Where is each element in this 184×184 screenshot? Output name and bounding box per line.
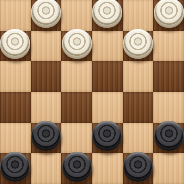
square-dark[interactable] (153, 61, 184, 92)
square-dark[interactable] (123, 153, 154, 184)
white-checker[interactable] (62, 29, 92, 59)
black-checker[interactable] (92, 121, 122, 151)
square-dark[interactable] (0, 153, 31, 184)
square-light (123, 61, 154, 92)
square-dark[interactable] (61, 153, 92, 184)
square-dark[interactable] (92, 61, 123, 92)
square-light (0, 123, 31, 154)
black-checker[interactable] (154, 121, 184, 151)
square-light (123, 0, 154, 31)
square-light (123, 123, 154, 154)
square-dark[interactable] (153, 123, 184, 154)
square-light (153, 153, 184, 184)
square-light (0, 61, 31, 92)
white-checker[interactable] (123, 29, 153, 59)
square-dark[interactable] (31, 61, 62, 92)
square-dark[interactable] (0, 92, 31, 123)
square-light (31, 153, 62, 184)
black-checker[interactable] (31, 121, 61, 151)
square-dark[interactable] (61, 31, 92, 62)
black-checker[interactable] (123, 152, 153, 182)
square-dark[interactable] (123, 31, 154, 62)
square-dark[interactable] (31, 0, 62, 31)
square-light (61, 123, 92, 154)
square-light (153, 31, 184, 62)
white-checker[interactable] (0, 29, 30, 59)
square-light (61, 0, 92, 31)
white-checker[interactable] (31, 0, 61, 28)
square-light (31, 31, 62, 62)
square-light (61, 61, 92, 92)
square-dark[interactable] (0, 31, 31, 62)
square-light (153, 92, 184, 123)
square-dark[interactable] (123, 92, 154, 123)
white-checker[interactable] (154, 0, 184, 28)
square-dark[interactable] (92, 123, 123, 154)
square-light (31, 92, 62, 123)
square-light (0, 0, 31, 31)
square-dark[interactable] (61, 92, 92, 123)
black-checker[interactable] (62, 152, 92, 182)
square-dark[interactable] (31, 123, 62, 154)
black-checker[interactable] (0, 152, 30, 182)
square-light (92, 31, 123, 62)
square-dark[interactable] (92, 0, 123, 31)
square-light (92, 92, 123, 123)
white-checker[interactable] (92, 0, 122, 28)
square-light (92, 153, 123, 184)
checkers-board (0, 0, 184, 184)
square-dark[interactable] (153, 0, 184, 31)
